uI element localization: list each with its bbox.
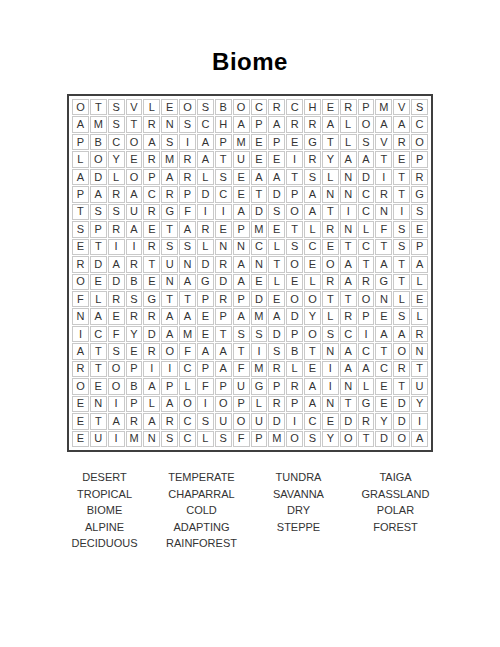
grid-cell[interactable]: R [304,116,321,132]
grid-cell[interactable]: L [322,308,339,324]
grid-cell[interactable]: T [393,378,410,394]
grid-cell[interactable]: C [358,186,375,202]
grid-cell[interactable]: L [143,99,160,115]
grid-cell[interactable]: N [90,396,107,412]
grid-cell[interactable]: N [72,308,89,324]
grid-cell[interactable]: N [411,343,428,359]
grid-cell[interactable]: R [215,291,232,307]
grid-cell[interactable]: G [197,274,214,290]
grid-cell[interactable]: A [197,343,214,359]
grid-cell[interactable]: D [90,169,107,185]
grid-cell[interactable]: T [161,221,178,237]
grid-cell[interactable]: A [161,396,178,412]
grid-cell[interactable]: P [411,151,428,167]
grid-cell[interactable]: T [358,256,375,272]
grid-cell[interactable]: C [179,413,196,429]
grid-cell[interactable]: L [251,396,268,412]
grid-cell[interactable]: R [72,256,89,272]
grid-cell[interactable]: T [90,99,107,115]
grid-cell[interactable]: A [197,134,214,150]
grid-cell[interactable]: A [340,343,357,359]
grid-cell[interactable]: I [286,413,303,429]
grid-cell[interactable]: L [197,239,214,255]
grid-cell[interactable]: D [393,413,410,429]
grid-cell[interactable]: N [340,169,357,185]
grid-cell[interactable]: A [304,186,321,202]
grid-cell[interactable]: C [215,186,232,202]
grid-cell[interactable]: I [197,396,214,412]
grid-cell[interactable]: R [143,204,160,220]
grid-cell[interactable]: A [161,308,178,324]
grid-cell[interactable]: C [179,431,196,447]
grid-cell[interactable]: T [215,151,232,167]
grid-cell[interactable]: G [251,378,268,394]
grid-cell[interactable]: L [143,396,160,412]
grid-cell[interactable]: H [215,116,232,132]
grid-cell[interactable]: A [393,326,410,342]
grid-cell[interactable]: O [286,256,303,272]
grid-cell[interactable]: M [90,116,107,132]
grid-cell[interactable]: E [322,99,339,115]
grid-cell[interactable]: A [215,361,232,377]
grid-cell[interactable]: P [251,431,268,447]
grid-cell[interactable]: C [90,326,107,342]
grid-cell[interactable]: I [161,361,178,377]
grid-cell[interactable]: S [90,204,107,220]
grid-cell[interactable]: U [161,256,178,272]
grid-cell[interactable]: R [179,151,196,167]
grid-cell[interactable]: S [411,204,428,220]
grid-cell[interactable]: A [233,256,250,272]
grid-cell[interactable]: P [286,186,303,202]
grid-cell[interactable]: D [268,326,285,342]
grid-cell[interactable]: R [322,221,339,237]
grid-cell[interactable]: T [90,239,107,255]
grid-cell[interactable]: F [375,221,392,237]
grid-cell[interactable]: E [268,151,285,167]
grid-cell[interactable]: I [322,361,339,377]
grid-cell[interactable]: A [358,151,375,167]
grid-cell[interactable]: N [322,396,339,412]
grid-cell[interactable]: E [375,308,392,324]
grid-cell[interactable]: N [179,256,196,272]
grid-cell[interactable]: E [304,361,321,377]
grid-cell[interactable]: E [322,239,339,255]
grid-cell[interactable]: I [340,204,357,220]
grid-cell[interactable]: R [126,256,143,272]
grid-cell[interactable]: T [90,361,107,377]
grid-cell[interactable]: I [393,204,410,220]
grid-cell[interactable]: F [233,361,250,377]
grid-cell[interactable]: P [268,134,285,150]
grid-cell[interactable]: F [233,431,250,447]
grid-cell[interactable]: A [179,274,196,290]
grid-cell[interactable]: E [251,134,268,150]
grid-cell[interactable]: R [143,308,160,324]
grid-cell[interactable]: T [90,343,107,359]
grid-cell[interactable]: C [251,239,268,255]
grid-cell[interactable]: A [161,169,178,185]
grid-cell[interactable]: I [375,169,392,185]
grid-cell[interactable]: A [215,343,232,359]
grid-cell[interactable]: S [215,431,232,447]
grid-cell[interactable]: R [268,396,285,412]
grid-cell[interactable]: E [72,431,89,447]
grid-cell[interactable]: O [322,256,339,272]
grid-cell[interactable]: O [72,274,89,290]
grid-cell[interactable]: L [268,274,285,290]
grid-cell[interactable]: R [72,361,89,377]
grid-cell[interactable]: T [340,396,357,412]
grid-cell[interactable]: R [126,413,143,429]
grid-cell[interactable]: A [375,116,392,132]
grid-cell[interactable]: P [179,186,196,202]
grid-cell[interactable]: R [340,308,357,324]
grid-cell[interactable]: S [304,431,321,447]
grid-cell[interactable]: C [197,116,214,132]
grid-cell[interactable]: D [358,169,375,185]
grid-cell[interactable]: I [108,239,125,255]
grid-cell[interactable]: A [268,116,285,132]
grid-cell[interactable]: C [179,361,196,377]
grid-cell[interactable]: L [393,291,410,307]
grid-cell[interactable]: E [108,308,125,324]
grid-cell[interactable]: Y [304,308,321,324]
grid-cell[interactable]: P [161,378,178,394]
grid-cell[interactable]: A [143,413,160,429]
grid-cell[interactable]: O [233,99,250,115]
grid-cell[interactable]: D [268,413,285,429]
grid-cell[interactable]: R [143,343,160,359]
grid-cell[interactable]: U [411,378,428,394]
grid-cell[interactable]: Y [322,151,339,167]
grid-cell[interactable]: A [340,151,357,167]
grid-cell[interactable]: S [161,134,178,150]
grid-cell[interactable]: L [358,221,375,237]
grid-cell[interactable]: R [143,151,160,167]
grid-cell[interactable]: L [72,151,89,167]
grid-cell[interactable]: C [358,343,375,359]
grid-cell[interactable]: E [268,221,285,237]
grid-cell[interactable]: E [286,274,303,290]
grid-cell[interactable]: R [215,256,232,272]
grid-cell[interactable]: E [143,274,160,290]
grid-cell[interactable]: A [179,221,196,237]
grid-cell[interactable]: L [340,134,357,150]
grid-cell[interactable]: O [358,116,375,132]
grid-cell[interactable]: R [304,151,321,167]
grid-cell[interactable]: T [215,326,232,342]
grid-cell[interactable]: S [179,239,196,255]
grid-cell[interactable]: S [393,221,410,237]
grid-cell[interactable]: P [72,186,89,202]
grid-cell[interactable]: O [108,361,125,377]
grid-cell[interactable]: M [251,308,268,324]
grid-cell[interactable]: L [358,378,375,394]
grid-cell[interactable]: G [358,396,375,412]
grid-cell[interactable]: O [393,343,410,359]
grid-cell[interactable]: G [161,204,178,220]
grid-cell[interactable]: G [304,134,321,150]
grid-cell[interactable]: S [233,326,250,342]
grid-cell[interactable]: S [411,99,428,115]
grid-cell[interactable]: I [179,134,196,150]
grid-cell[interactable]: N [340,186,357,202]
grid-cell[interactable]: E [304,256,321,272]
grid-cell[interactable]: C [375,361,392,377]
grid-cell[interactable]: I [197,204,214,220]
grid-cell[interactable]: E [72,413,89,429]
grid-cell[interactable]: U [126,204,143,220]
grid-cell[interactable]: O [179,99,196,115]
grid-cell[interactable]: L [411,308,428,324]
grid-cell[interactable]: R [161,186,178,202]
grid-cell[interactable]: T [393,169,410,185]
grid-cell[interactable]: Y [126,326,143,342]
grid-cell[interactable]: A [268,169,285,185]
grid-cell[interactable]: I [143,361,160,377]
grid-cell[interactable]: S [197,99,214,115]
grid-cell[interactable]: T [340,291,357,307]
grid-cell[interactable]: S [72,221,89,237]
grid-cell[interactable]: F [179,343,196,359]
grid-cell[interactable]: O [215,396,232,412]
grid-cell[interactable]: C [304,239,321,255]
grid-cell[interactable]: T [143,256,160,272]
grid-cell[interactable]: A [304,396,321,412]
grid-cell[interactable]: N [161,116,178,132]
grid-cell[interactable]: I [72,326,89,342]
grid-cell[interactable]: I [215,204,232,220]
grid-cell[interactable]: P [358,99,375,115]
grid-cell[interactable]: N [322,343,339,359]
grid-cell[interactable]: L [411,274,428,290]
grid-cell[interactable]: A [143,378,160,394]
grid-cell[interactable]: S [393,239,410,255]
grid-cell[interactable]: D [393,396,410,412]
grid-cell[interactable]: A [233,116,250,132]
grid-cell[interactable]: M [268,431,285,447]
grid-cell[interactable]: U [215,413,232,429]
grid-cell[interactable]: T [375,151,392,167]
grid-cell[interactable]: P [411,239,428,255]
grid-cell[interactable]: O [340,431,357,447]
grid-cell[interactable]: R [197,221,214,237]
grid-cell[interactable]: N [340,221,357,237]
grid-cell[interactable]: E [411,291,428,307]
grid-cell[interactable]: A [268,308,285,324]
grid-cell[interactable]: R [108,221,125,237]
grid-cell[interactable]: E [126,151,143,167]
grid-cell[interactable]: O [179,396,196,412]
grid-cell[interactable]: A [233,274,250,290]
grid-cell[interactable]: E [161,99,178,115]
grid-cell[interactable]: R [161,413,178,429]
grid-cell[interactable]: D [251,291,268,307]
grid-cell[interactable]: F [108,326,125,342]
grid-cell[interactable]: P [233,291,250,307]
grid-cell[interactable]: E [197,326,214,342]
grid-cell[interactable]: C [286,99,303,115]
grid-cell[interactable]: I [358,326,375,342]
grid-cell[interactable]: B [215,99,232,115]
grid-cell[interactable]: G [411,186,428,202]
grid-cell[interactable]: A [161,326,178,342]
grid-cell[interactable]: R [108,291,125,307]
grid-cell[interactable]: R [393,361,410,377]
grid-cell[interactable]: S [268,343,285,359]
grid-cell[interactable]: P [197,291,214,307]
grid-cell[interactable]: T [286,169,303,185]
grid-cell[interactable]: E [143,221,160,237]
grid-cell[interactable]: M [179,326,196,342]
grid-cell[interactable]: S [108,204,125,220]
grid-cell[interactable]: L [179,378,196,394]
grid-cell[interactable]: P [197,361,214,377]
grid-cell[interactable]: A [340,256,357,272]
grid-cell[interactable]: A [411,256,428,272]
grid-cell[interactable]: M [251,361,268,377]
grid-cell[interactable]: O [304,291,321,307]
grid-cell[interactable]: I [322,378,339,394]
grid-cell[interactable]: R [358,274,375,290]
grid-cell[interactable]: Y [375,413,392,429]
grid-cell[interactable]: P [126,396,143,412]
grid-cell[interactable]: O [286,431,303,447]
grid-cell[interactable]: N [375,204,392,220]
grid-cell[interactable]: N [161,274,178,290]
grid-cell[interactable]: A [108,256,125,272]
grid-cell[interactable]: N [340,378,357,394]
grid-cell[interactable]: A [251,169,268,185]
grid-cell[interactable]: A [393,116,410,132]
grid-cell[interactable]: L [304,221,321,237]
grid-cell[interactable]: A [304,378,321,394]
grid-cell[interactable]: P [215,308,232,324]
grid-cell[interactable]: E [90,378,107,394]
grid-cell[interactable]: A [340,361,357,377]
grid-cell[interactable]: E [322,413,339,429]
grid-cell[interactable]: O [161,343,178,359]
grid-cell[interactable]: C [358,239,375,255]
grid-cell[interactable]: L [286,361,303,377]
grid-cell[interactable]: S [393,308,410,324]
grid-cell[interactable]: T [375,239,392,255]
grid-cell[interactable]: P [72,134,89,150]
grid-cell[interactable]: R [286,116,303,132]
grid-cell[interactable]: B [286,343,303,359]
grid-cell[interactable]: N [375,291,392,307]
grid-cell[interactable]: P [286,326,303,342]
grid-cell[interactable]: N [251,256,268,272]
grid-cell[interactable]: M [375,99,392,115]
grid-cell[interactable]: U [251,413,268,429]
grid-cell[interactable]: O [393,431,410,447]
grid-cell[interactable]: A [304,204,321,220]
grid-cell[interactable]: E [375,378,392,394]
grid-cell[interactable]: O [411,134,428,150]
grid-cell[interactable]: S [126,291,143,307]
grid-cell[interactable]: I [251,343,268,359]
grid-cell[interactable]: A [90,308,107,324]
grid-cell[interactable]: S [304,169,321,185]
grid-cell[interactable]: D [90,256,107,272]
grid-cell[interactable]: T [322,204,339,220]
grid-cell[interactable]: R [126,308,143,324]
grid-cell[interactable]: O [72,378,89,394]
grid-cell[interactable]: R [268,361,285,377]
grid-cell[interactable]: E [251,274,268,290]
grid-cell[interactable]: T [161,291,178,307]
grid-cell[interactable]: E [411,221,428,237]
grid-cell[interactable]: M [233,134,250,150]
grid-cell[interactable]: P [143,169,160,185]
grid-cell[interactable]: I [126,239,143,255]
grid-cell[interactable]: E [215,221,232,237]
grid-cell[interactable]: S [179,116,196,132]
grid-cell[interactable]: C [358,204,375,220]
grid-cell[interactable]: A [72,116,89,132]
grid-cell[interactable]: A [108,413,125,429]
grid-cell[interactable]: O [358,291,375,307]
grid-cell[interactable]: D [197,256,214,272]
grid-cell[interactable]: T [340,239,357,255]
grid-cell[interactable]: D [340,413,357,429]
grid-cell[interactable]: R [393,134,410,150]
grid-cell[interactable]: A [411,431,428,447]
grid-cell[interactable]: O [286,291,303,307]
grid-cell[interactable]: T [251,186,268,202]
grid-cell[interactable]: U [90,431,107,447]
grid-cell[interactable]: O [304,326,321,342]
grid-cell[interactable]: A [126,186,143,202]
grid-cell[interactable]: R [286,378,303,394]
grid-cell[interactable]: E [375,396,392,412]
grid-cell[interactable]: L [90,291,107,307]
grid-cell[interactable]: E [126,343,143,359]
grid-cell[interactable]: V [393,99,410,115]
grid-cell[interactable]: S [268,204,285,220]
grid-cell[interactable]: C [340,326,357,342]
grid-cell[interactable]: E [268,291,285,307]
grid-cell[interactable]: P [251,116,268,132]
grid-cell[interactable]: P [215,378,232,394]
grid-cell[interactable]: G [143,291,160,307]
grid-cell[interactable]: P [268,378,285,394]
grid-cell[interactable]: S [358,134,375,150]
grid-cell[interactable]: A [233,204,250,220]
grid-cell[interactable]: A [72,343,89,359]
grid-cell[interactable]: V [375,134,392,150]
grid-cell[interactable]: D [108,274,125,290]
grid-cell[interactable]: T [233,343,250,359]
grid-cell[interactable]: L [197,431,214,447]
grid-cell[interactable]: R [340,99,357,115]
grid-cell[interactable]: C [411,116,428,132]
grid-cell[interactable]: S [108,99,125,115]
grid-cell[interactable]: T [72,204,89,220]
grid-cell[interactable]: N [215,239,232,255]
grid-cell[interactable]: Y [411,396,428,412]
grid-cell[interactable]: Y [322,431,339,447]
grid-cell[interactable]: R [375,186,392,202]
grid-cell[interactable]: T [304,343,321,359]
grid-cell[interactable]: D [197,186,214,202]
grid-cell[interactable]: P [233,396,250,412]
grid-cell[interactable]: R [411,326,428,342]
grid-cell[interactable]: L [340,116,357,132]
grid-cell[interactable]: M [251,221,268,237]
